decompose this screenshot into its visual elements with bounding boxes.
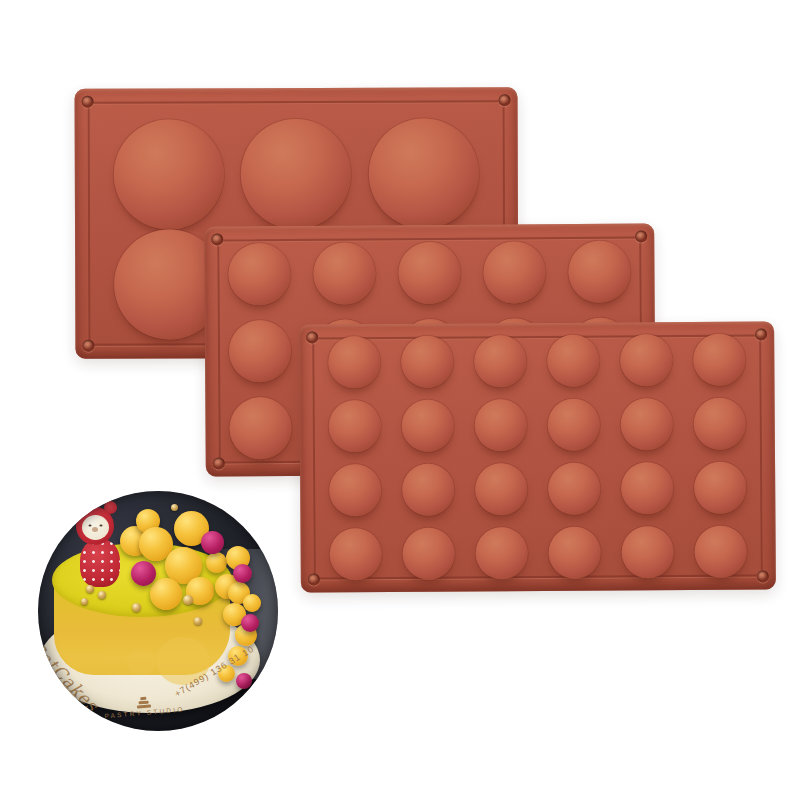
gold-ball: [86, 585, 94, 593]
cavity-dome: [695, 526, 747, 578]
cavity-dome: [621, 398, 673, 450]
cavity-grid-24: [299, 321, 776, 592]
pastry-cake-icon: [136, 696, 151, 708]
gold-ball: [132, 603, 141, 612]
cavity-dome: [369, 118, 479, 228]
magenta-ball: [131, 561, 156, 586]
cavity-dome: [328, 400, 380, 452]
cavity-dome: [621, 462, 673, 514]
cavity-dome: [694, 398, 746, 450]
gold-ball: [194, 617, 202, 625]
cavity-dome: [228, 243, 290, 305]
corner-hole-icon: [635, 230, 647, 242]
cavity-dome: [329, 464, 381, 516]
cavity-dome: [474, 335, 526, 387]
corner-hole-icon: [757, 570, 769, 582]
cavity-dome: [548, 399, 600, 451]
cavity-dome: [113, 119, 223, 229]
cavity-dome: [475, 527, 527, 579]
corner-hole-icon: [82, 340, 94, 352]
gold-ball: [98, 591, 106, 599]
gold-ball: [171, 504, 178, 511]
cavity-dome: [313, 242, 375, 304]
cavity-dome: [620, 334, 672, 386]
cavity-dome: [329, 528, 381, 580]
magenta-ball: [233, 564, 252, 583]
cavity-dome: [694, 334, 746, 386]
corner-hole-icon: [308, 574, 320, 586]
yellow-ball: [243, 594, 261, 612]
cavity-dome: [398, 241, 460, 303]
cavity-dome: [228, 320, 290, 382]
cavity-dome: [328, 336, 380, 388]
gold-ball: [81, 598, 88, 605]
cake-example-photo: CatCakes PASTRY STUDIO +7(499) 136 31 10: [38, 491, 278, 731]
cavity-dome: [569, 240, 631, 302]
cavity-dome: [402, 528, 454, 580]
corner-hole-icon: [755, 328, 767, 340]
corner-hole-icon: [306, 332, 318, 344]
cavity-dome: [241, 119, 351, 229]
yellow-ball: [150, 578, 182, 610]
magenta-ball: [201, 531, 224, 554]
corner-hole-icon: [211, 233, 223, 245]
cavity-dome: [622, 526, 674, 578]
gold-ball: [183, 595, 193, 605]
cavity-dome: [475, 399, 527, 451]
cavity-dome: [229, 397, 291, 459]
cavity-dome: [548, 463, 600, 515]
cavity-dome: [401, 400, 453, 452]
yellow-ball: [206, 552, 227, 573]
cavity-dome: [475, 463, 527, 515]
magenta-ball: [236, 673, 252, 689]
cavity-dome: [401, 336, 453, 388]
corner-hole-icon: [499, 94, 511, 106]
cavity-dome: [402, 464, 454, 516]
cavity-dome: [549, 527, 601, 579]
cavity-dome: [694, 462, 746, 514]
corner-hole-icon: [213, 457, 225, 469]
magenta-ball: [241, 614, 259, 632]
product-photo: CatCakes PASTRY STUDIO +7(499) 136 31 10: [0, 0, 800, 800]
cavity-dome: [547, 335, 599, 387]
cavity-dome: [483, 241, 545, 303]
corner-hole-icon: [82, 96, 94, 108]
mold-24-cavity-small: [299, 321, 776, 592]
